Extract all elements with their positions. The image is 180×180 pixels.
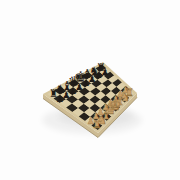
piece-black-pawn-a7: ♟ — [56, 94, 64, 104]
chess-set-product-photo: ♜♟♞♝♟♚♟♛♟♝♟♟♞♟♜♟♜♟♞♟♟♝♟♚♟♛♟♝♟♞♟♜ — [0, 0, 180, 180]
chess-scene: ♜♟♞♝♟♚♟♛♟♝♟♟♞♟♜♟♜♟♞♟♟♝♟♚♟♛♟♝♟♞♟♜ — [0, 0, 180, 180]
piece-white-rook-a1: ♜ — [92, 118, 101, 130]
